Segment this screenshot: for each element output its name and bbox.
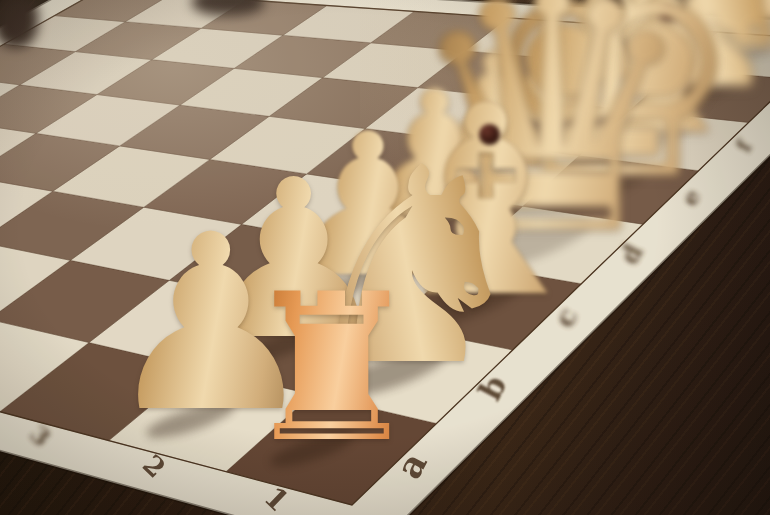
chess-board: abcdefgh12345678 xyxy=(0,0,770,515)
photo-chess-scene: abcdefgh12345678 ♟♟♜♟♞♟♝♟♚♟♛♟♝♟♞♜ xyxy=(0,0,770,515)
